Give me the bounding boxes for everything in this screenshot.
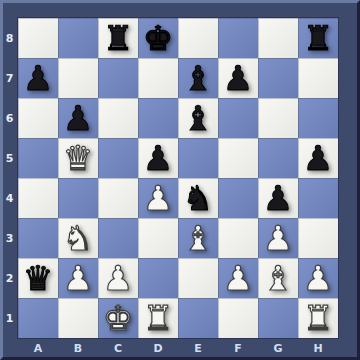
white-pawn[interactable]: ♟ xyxy=(143,178,173,218)
square-g7[interactable] xyxy=(258,58,298,98)
rank-label-2: 2 xyxy=(3,258,16,298)
square-g8[interactable] xyxy=(258,18,298,58)
square-e8[interactable] xyxy=(178,18,218,58)
square-e1[interactable] xyxy=(178,298,218,338)
white-pawn[interactable]: ♟ xyxy=(63,258,93,298)
white-bishop[interactable]: ♝ xyxy=(183,218,213,258)
file-label-c: C xyxy=(98,339,138,357)
square-e5[interactable] xyxy=(178,138,218,178)
white-pawn[interactable]: ♟ xyxy=(223,258,253,298)
square-g3[interactable]: ♟ xyxy=(258,218,298,258)
square-a7[interactable]: ♟ xyxy=(18,58,58,98)
square-f2[interactable]: ♟ xyxy=(218,258,258,298)
square-g2[interactable]: ♝ xyxy=(258,258,298,298)
square-g6[interactable] xyxy=(258,98,298,138)
square-b1[interactable] xyxy=(58,298,98,338)
square-h8[interactable]: ♜ xyxy=(298,18,338,58)
black-pawn[interactable]: ♟ xyxy=(223,58,253,98)
white-knight[interactable]: ♞ xyxy=(63,218,93,258)
black-rook[interactable]: ♜ xyxy=(303,18,333,58)
square-c3[interactable] xyxy=(98,218,138,258)
white-pawn[interactable]: ♟ xyxy=(263,218,293,258)
file-label-b: B xyxy=(58,339,98,357)
rank-labels: 87654321 xyxy=(3,18,18,338)
white-pawn[interactable]: ♟ xyxy=(303,258,333,298)
square-g5[interactable] xyxy=(258,138,298,178)
square-a6[interactable] xyxy=(18,98,58,138)
square-e2[interactable] xyxy=(178,258,218,298)
square-a1[interactable] xyxy=(18,298,58,338)
square-c5[interactable] xyxy=(98,138,138,178)
black-king[interactable]: ♚ xyxy=(143,18,173,58)
square-d5[interactable]: ♟ xyxy=(138,138,178,178)
square-f3[interactable] xyxy=(218,218,258,258)
rank-label-1: 1 xyxy=(3,298,16,338)
black-rook[interactable]: ♜ xyxy=(103,18,133,58)
square-d6[interactable] xyxy=(138,98,178,138)
black-pawn[interactable]: ♟ xyxy=(143,138,173,178)
white-bishop[interactable]: ♝ xyxy=(263,258,293,298)
file-label-g: G xyxy=(258,339,298,357)
black-queen[interactable]: ♛ xyxy=(23,258,53,298)
rank-label-8: 8 xyxy=(3,18,16,58)
white-rook[interactable]: ♜ xyxy=(303,298,333,338)
chess-board: ♜♚♜♟♝♟♟♝♛♟♟♟♞♟♞♝♟♛♟♟♟♝♟♚♜♜ xyxy=(18,18,338,338)
square-e6[interactable]: ♝ xyxy=(178,98,218,138)
square-f4[interactable] xyxy=(218,178,258,218)
square-e4[interactable]: ♞ xyxy=(178,178,218,218)
square-c6[interactable] xyxy=(98,98,138,138)
square-h5[interactable]: ♟ xyxy=(298,138,338,178)
square-d3[interactable] xyxy=(138,218,178,258)
square-b2[interactable]: ♟ xyxy=(58,258,98,298)
square-b8[interactable] xyxy=(58,18,98,58)
white-rook[interactable]: ♜ xyxy=(143,298,173,338)
square-c1[interactable]: ♚ xyxy=(98,298,138,338)
square-h1[interactable]: ♜ xyxy=(298,298,338,338)
square-f6[interactable] xyxy=(218,98,258,138)
square-d7[interactable] xyxy=(138,58,178,98)
square-h2[interactable]: ♟ xyxy=(298,258,338,298)
rank-label-5: 5 xyxy=(3,138,16,178)
square-h7[interactable] xyxy=(298,58,338,98)
file-label-d: D xyxy=(138,339,178,357)
square-b3[interactable]: ♞ xyxy=(58,218,98,258)
square-d2[interactable] xyxy=(138,258,178,298)
black-pawn[interactable]: ♟ xyxy=(303,138,333,178)
rank-label-7: 7 xyxy=(3,58,16,98)
file-label-f: F xyxy=(218,339,258,357)
black-pawn[interactable]: ♟ xyxy=(23,58,53,98)
square-a5[interactable] xyxy=(18,138,58,178)
square-g4[interactable]: ♟ xyxy=(258,178,298,218)
square-c8[interactable]: ♜ xyxy=(98,18,138,58)
black-knight[interactable]: ♞ xyxy=(183,178,213,218)
square-h4[interactable] xyxy=(298,178,338,218)
square-d4[interactable]: ♟ xyxy=(138,178,178,218)
black-bishop[interactable]: ♝ xyxy=(183,58,213,98)
rank-label-3: 3 xyxy=(3,218,16,258)
square-d8[interactable]: ♚ xyxy=(138,18,178,58)
square-b7[interactable] xyxy=(58,58,98,98)
black-pawn[interactable]: ♟ xyxy=(263,178,293,218)
rank-label-6: 6 xyxy=(3,98,16,138)
square-e7[interactable]: ♝ xyxy=(178,58,218,98)
file-label-h: H xyxy=(298,339,338,357)
rank-label-4: 4 xyxy=(3,178,16,218)
file-label-e: E xyxy=(178,339,218,357)
square-a4[interactable] xyxy=(18,178,58,218)
square-e3[interactable]: ♝ xyxy=(178,218,218,258)
square-a3[interactable] xyxy=(18,218,58,258)
square-c4[interactable] xyxy=(98,178,138,218)
square-f1[interactable] xyxy=(218,298,258,338)
square-h3[interactable] xyxy=(298,218,338,258)
square-c2[interactable]: ♟ xyxy=(98,258,138,298)
square-a2[interactable]: ♛ xyxy=(18,258,58,298)
square-a8[interactable] xyxy=(18,18,58,58)
black-pawn[interactable]: ♟ xyxy=(63,98,93,138)
square-b6[interactable]: ♟ xyxy=(58,98,98,138)
chess-board-frame: 87654321 ♜♚♜♟♝♟♟♝♛♟♟♟♞♟♞♝♟♛♟♟♟♝♟♚♜♜ ABCD… xyxy=(0,0,360,360)
square-h6[interactable] xyxy=(298,98,338,138)
square-f8[interactable] xyxy=(218,18,258,58)
square-d1[interactable]: ♜ xyxy=(138,298,178,338)
square-b4[interactable] xyxy=(58,178,98,218)
white-queen[interactable]: ♛ xyxy=(63,138,93,178)
square-g1[interactable] xyxy=(258,298,298,338)
black-bishop[interactable]: ♝ xyxy=(183,98,213,138)
file-label-a: A xyxy=(18,339,58,357)
square-f7[interactable]: ♟ xyxy=(218,58,258,98)
white-pawn[interactable]: ♟ xyxy=(103,258,133,298)
square-b5[interactable]: ♛ xyxy=(58,138,98,178)
square-c7[interactable] xyxy=(98,58,138,98)
file-labels: ABCDEFGH xyxy=(18,339,338,357)
square-f5[interactable] xyxy=(218,138,258,178)
white-king[interactable]: ♚ xyxy=(103,298,133,338)
